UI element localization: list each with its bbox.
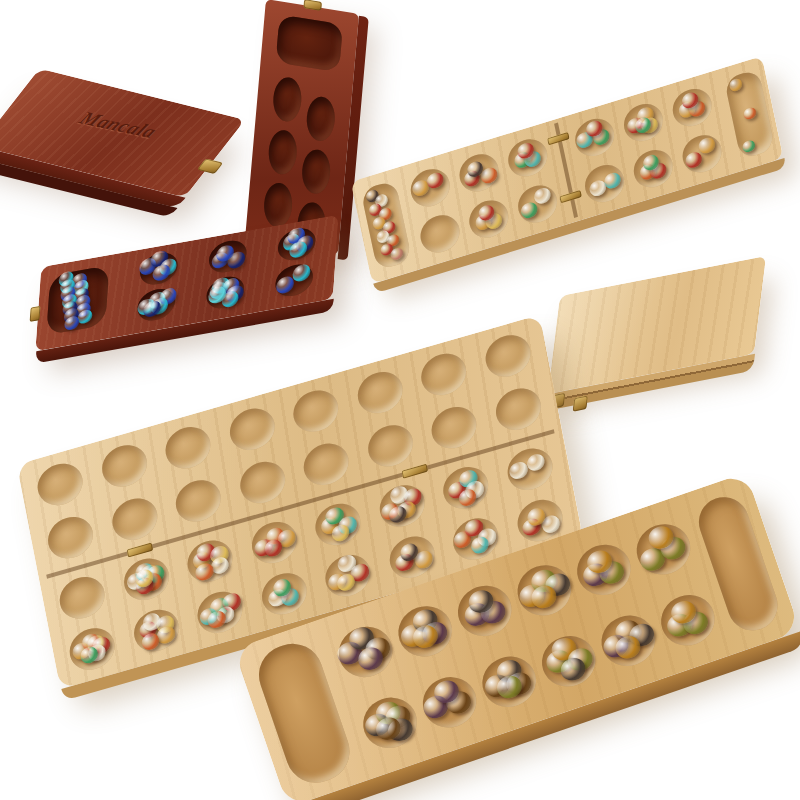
pit: [312, 498, 364, 550]
pit: [258, 568, 310, 620]
pit: [510, 558, 577, 623]
pit: [570, 537, 637, 602]
store-pit: [276, 14, 344, 72]
pit: [162, 422, 214, 474]
pit: [271, 76, 303, 124]
pit: [300, 147, 332, 195]
pit: [376, 480, 428, 532]
pit: [679, 130, 725, 177]
bead: [728, 78, 743, 93]
brass-latch-icon: [197, 158, 223, 174]
pit: [274, 261, 314, 298]
brass-latch-icon: [30, 306, 41, 322]
pit: [450, 578, 517, 643]
pit: [356, 690, 423, 755]
bead: [533, 186, 552, 206]
pit: [582, 160, 628, 207]
pit: [184, 535, 236, 587]
pit: [56, 572, 108, 624]
bead: [276, 275, 294, 294]
brass-hinge-icon: [303, 0, 322, 11]
mahogany-closed-box: Mancala: [0, 69, 245, 198]
pit: [620, 99, 666, 146]
bamboo-closed-box: [548, 256, 766, 394]
pit: [304, 95, 336, 143]
bead: [525, 452, 546, 473]
pit: [386, 531, 438, 583]
pit: [139, 249, 179, 286]
pit: [130, 605, 182, 657]
pit: [572, 113, 618, 160]
pit: [173, 475, 225, 527]
pit: [504, 134, 550, 181]
pit: [248, 517, 300, 569]
pit: [504, 443, 556, 495]
pit: [354, 367, 406, 419]
bead: [520, 200, 539, 220]
pit: [417, 210, 463, 257]
pit: [669, 84, 715, 131]
pit: [45, 512, 97, 564]
pit: [262, 180, 294, 228]
bamboo-open-board: [351, 56, 784, 284]
pit: [450, 513, 502, 565]
pit: [654, 588, 721, 653]
bead: [698, 136, 717, 156]
pit: [266, 128, 298, 176]
mahogany-lower-leaf: [35, 215, 338, 352]
pit-grid: [566, 77, 731, 214]
store-pit: [46, 265, 109, 335]
brass-hinge-icon: [559, 190, 581, 203]
pit: [208, 237, 248, 274]
bead: [292, 264, 310, 283]
pit: [418, 348, 470, 400]
bead: [684, 150, 703, 170]
pit: [237, 457, 289, 509]
pit: [415, 670, 482, 735]
store-pit: [724, 69, 776, 160]
pit: [205, 273, 245, 310]
product-photo-scene: Mancala: [0, 0, 800, 800]
brass-hinge-icon: [547, 132, 569, 145]
pit: [391, 599, 458, 664]
pit: [514, 180, 560, 227]
pit: [322, 550, 374, 602]
pit: [630, 145, 676, 192]
pit: [466, 195, 512, 242]
pit: [98, 440, 150, 492]
brass-hinge-icon: [573, 395, 588, 411]
mahogany-upper-leaf-standing: [245, 0, 359, 255]
pit: [364, 420, 416, 472]
pit: [66, 623, 118, 675]
pit: [492, 383, 544, 435]
pit-grid: [401, 127, 566, 264]
pit: [482, 330, 534, 382]
pit: [137, 285, 177, 322]
pit: [331, 619, 398, 684]
pit: [594, 608, 661, 673]
pit: [534, 629, 601, 694]
pit: [456, 149, 502, 196]
bead: [743, 106, 758, 121]
bead: [742, 139, 757, 154]
engraved-logo: Mancala: [6, 93, 231, 157]
pit: [408, 164, 454, 211]
pit: [34, 458, 86, 510]
pit: [629, 517, 696, 582]
store-pit: [360, 180, 412, 271]
pit: [475, 649, 542, 714]
pit: [428, 402, 480, 454]
pit: [226, 403, 278, 455]
pit: [300, 438, 352, 490]
pit: [440, 462, 492, 514]
pit: [120, 553, 172, 605]
pit: [194, 586, 246, 638]
pit: [109, 493, 161, 545]
pit: [277, 225, 317, 262]
pit: [290, 385, 342, 437]
